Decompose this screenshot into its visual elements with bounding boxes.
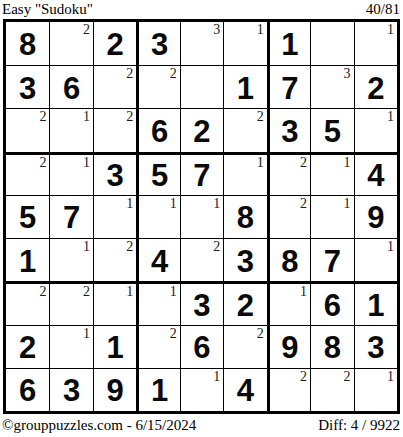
corner-mark: 2 xyxy=(39,155,46,170)
cell-r1c2[interactable]: 2 xyxy=(49,22,92,65)
corner-mark: 2 xyxy=(213,239,220,254)
corner-mark: 1 xyxy=(213,196,220,211)
cell-r5c3[interactable]: 1 xyxy=(93,195,136,238)
cell-r4c2[interactable]: 1 xyxy=(49,152,92,195)
given-digit: 2 xyxy=(237,288,254,321)
corner-mark: 1 xyxy=(387,109,394,124)
given-digit: 3 xyxy=(151,27,168,60)
corner-mark: 1 xyxy=(83,239,90,254)
copyright-date: ©grouppuzzles.com - 6/15/2024 xyxy=(2,417,196,433)
corner-mark: 2 xyxy=(170,326,177,341)
given-digit: 4 xyxy=(367,158,384,191)
cell-r8c7[interactable]: 9 xyxy=(267,325,310,368)
cell-r6c7[interactable]: 8 xyxy=(267,238,310,281)
corner-mark: 1 xyxy=(126,196,133,211)
cell-r8c5[interactable]: 6 xyxy=(180,325,223,368)
corner-mark: 1 xyxy=(344,196,351,211)
corner-mark: 3 xyxy=(213,22,220,37)
given-digit: 2 xyxy=(193,114,210,147)
corner-mark: 1 xyxy=(170,196,177,211)
given-digit: 3 xyxy=(367,330,384,363)
cell-r1c4[interactable]: 3 xyxy=(136,22,179,65)
corner-mark: 1 xyxy=(387,369,394,384)
cell-r8c9[interactable]: 3 xyxy=(354,325,397,368)
corner-mark: 2 xyxy=(300,369,307,384)
given-digit: 9 xyxy=(106,373,123,406)
cell-r5c2[interactable]: 7 xyxy=(49,195,92,238)
cell-r2c8[interactable]: 3 xyxy=(310,65,353,108)
cell-r6c6[interactable]: 3 xyxy=(223,238,266,281)
cell-r2c6[interactable]: 1 xyxy=(223,65,266,108)
cell-r9c9[interactable]: 1 xyxy=(354,368,397,411)
cell-r9c1[interactable]: 6 xyxy=(6,368,49,411)
cell-r2c4[interactable]: 2 xyxy=(136,65,179,108)
cell-r9c8[interactable]: 2 xyxy=(310,368,353,411)
corner-mark: 1 xyxy=(344,155,351,170)
cell-r5c9[interactable]: 9 xyxy=(354,195,397,238)
given-digit: 3 xyxy=(193,288,210,321)
corner-mark: 1 xyxy=(170,284,177,299)
cell-r8c4[interactable]: 2 xyxy=(136,325,179,368)
cell-r9c5[interactable]: 1 xyxy=(180,368,223,411)
given-digit: 3 xyxy=(19,71,36,104)
cell-r4c6[interactable]: 1 xyxy=(223,152,266,195)
cell-r1c5[interactable]: 3 xyxy=(180,22,223,65)
corner-mark: 2 xyxy=(170,66,177,81)
given-digit: 2 xyxy=(19,330,36,363)
given-digit: 5 xyxy=(19,200,36,233)
cell-r7c7[interactable]: 1 xyxy=(267,281,310,324)
cell-r1c7[interactable]: 1 xyxy=(267,22,310,65)
cell-r1c9[interactable]: 1 xyxy=(354,22,397,65)
cell-r6c9[interactable]: 1 xyxy=(354,238,397,281)
cell-r6c2[interactable]: 1 xyxy=(49,238,92,281)
cell-r3c4[interactable]: 6 xyxy=(136,108,179,151)
corner-mark: 2 xyxy=(83,22,90,37)
corner-mark: 2 xyxy=(344,369,351,384)
given-digit: 3 xyxy=(63,373,80,406)
cell-r1c6[interactable]: 1 xyxy=(223,22,266,65)
given-digit: 6 xyxy=(324,288,341,321)
cell-r1c8[interactable] xyxy=(310,22,353,65)
given-digit: 3 xyxy=(281,114,298,147)
cell-r9c4[interactable]: 1 xyxy=(136,368,179,411)
given-digit: 6 xyxy=(151,114,168,147)
given-digit: 5 xyxy=(151,158,168,191)
cell-r4c4[interactable]: 5 xyxy=(136,152,179,195)
cell-r8c8[interactable]: 8 xyxy=(310,325,353,368)
given-digit: 1 xyxy=(106,330,123,363)
given-digit: 4 xyxy=(237,373,254,406)
given-digit: 5 xyxy=(324,114,341,147)
given-digit: 8 xyxy=(237,200,254,233)
cell-r2c1[interactable]: 3 xyxy=(6,65,49,108)
corner-mark: 3 xyxy=(344,66,351,81)
cell-r5c8[interactable]: 1 xyxy=(310,195,353,238)
cell-r7c9[interactable]: 1 xyxy=(354,281,397,324)
cell-r7c2[interactable]: 2 xyxy=(49,281,92,324)
given-digit: 6 xyxy=(193,330,210,363)
cell-r3c6[interactable]: 2 xyxy=(223,108,266,151)
given-digit: 7 xyxy=(193,158,210,191)
cell-r8c2[interactable]: 1 xyxy=(49,325,92,368)
cell-r9c7[interactable]: 2 xyxy=(267,368,310,411)
corner-mark: 2 xyxy=(257,109,264,124)
cell-r3c2[interactable]: 1 xyxy=(49,108,92,151)
corner-mark: 1 xyxy=(257,155,264,170)
corner-mark: 2 xyxy=(83,284,90,299)
corner-mark: 2 xyxy=(39,109,46,124)
given-digit: 1 xyxy=(281,27,298,60)
corner-mark: 2 xyxy=(257,326,264,341)
given-digit: 4 xyxy=(151,244,168,277)
cell-r9c2[interactable]: 3 xyxy=(49,368,92,411)
corner-mark: 1 xyxy=(126,284,133,299)
corner-mark: 1 xyxy=(300,284,307,299)
cell-r4c7[interactable]: 2 xyxy=(267,152,310,195)
given-digit: 3 xyxy=(237,244,254,277)
cell-r4c5[interactable]: 7 xyxy=(180,152,223,195)
cell-r3c7[interactable]: 3 xyxy=(267,108,310,151)
corner-mark: 1 xyxy=(83,109,90,124)
cell-r4c8[interactable]: 1 xyxy=(310,152,353,195)
cell-r8c1[interactable]: 2 xyxy=(6,325,49,368)
given-digit: 9 xyxy=(281,330,298,363)
corner-mark: 2 xyxy=(126,109,133,124)
given-digit: 1 xyxy=(237,71,254,104)
cell-r5c1[interactable]: 5 xyxy=(6,195,49,238)
corner-mark: 1 xyxy=(83,326,90,341)
given-digit: 1 xyxy=(151,373,168,406)
cell-r5c6[interactable]: 8 xyxy=(223,195,266,238)
cell-r5c4[interactable]: 1 xyxy=(136,195,179,238)
cell-r4c3[interactable]: 3 xyxy=(93,152,136,195)
sudoku-grid: 8223311136221732212622351213571214571118… xyxy=(3,19,400,414)
cell-r5c5[interactable]: 1 xyxy=(180,195,223,238)
cell-r7c4[interactable]: 1 xyxy=(136,281,179,324)
cell-r2c5[interactable] xyxy=(180,65,223,108)
given-digit: 7 xyxy=(63,200,80,233)
cell-r2c2[interactable]: 6 xyxy=(49,65,92,108)
cell-r6c4[interactable]: 4 xyxy=(136,238,179,281)
cell-r7c1[interactable]: 2 xyxy=(6,281,49,324)
corner-mark: 1 xyxy=(387,22,394,37)
cell-r2c7[interactable]: 7 xyxy=(267,65,310,108)
corner-mark: 1 xyxy=(257,22,264,37)
cell-r2c9[interactable]: 2 xyxy=(354,65,397,108)
difficulty-label: Diff: 4 / 9922 xyxy=(318,417,400,433)
given-digit: 7 xyxy=(324,244,341,277)
corner-mark: 1 xyxy=(213,369,220,384)
given-digit: 6 xyxy=(63,71,80,104)
cell-r9c3[interactable]: 9 xyxy=(93,368,136,411)
cell-r3c9[interactable]: 1 xyxy=(354,108,397,151)
corner-mark: 1 xyxy=(83,155,90,170)
puzzle-title: Easy "Sudoku" xyxy=(2,1,93,17)
cell-r7c5[interactable]: 3 xyxy=(180,281,223,324)
corner-mark: 2 xyxy=(300,196,307,211)
given-digit: 2 xyxy=(106,27,123,60)
cell-r7c3[interactable]: 1 xyxy=(93,281,136,324)
corner-mark: 2 xyxy=(39,284,46,299)
given-digit: 1 xyxy=(367,288,384,321)
cell-r7c6[interactable]: 2 xyxy=(223,281,266,324)
cell-r4c1[interactable]: 2 xyxy=(6,152,49,195)
given-digit: 8 xyxy=(324,330,341,363)
progress-counter: 40/81 xyxy=(366,1,400,17)
cell-r3c8[interactable]: 5 xyxy=(310,108,353,151)
corner-mark: 2 xyxy=(300,155,307,170)
given-digit: 6 xyxy=(19,373,36,406)
cell-r3c3[interactable]: 2 xyxy=(93,108,136,151)
given-digit: 2 xyxy=(367,71,384,104)
given-digit: 8 xyxy=(281,244,298,277)
cell-r8c6[interactable]: 2 xyxy=(223,325,266,368)
cell-r2c3[interactable]: 2 xyxy=(93,65,136,108)
cell-r1c1[interactable]: 8 xyxy=(6,22,49,65)
corner-mark: 2 xyxy=(126,66,133,81)
cell-r6c3[interactable]: 2 xyxy=(93,238,136,281)
cell-r6c1[interactable]: 1 xyxy=(6,238,49,281)
page-footer: ©grouppuzzles.com - 6/15/2024 Diff: 4 / … xyxy=(0,414,403,433)
cell-r8c3[interactable]: 1 xyxy=(93,325,136,368)
given-digit: 7 xyxy=(281,71,298,104)
cell-r6c5[interactable]: 2 xyxy=(180,238,223,281)
cell-r3c5[interactable]: 2 xyxy=(180,108,223,151)
cell-r6c8[interactable]: 7 xyxy=(310,238,353,281)
corner-mark: 2 xyxy=(126,239,133,254)
corner-mark: 1 xyxy=(387,239,394,254)
cell-r4c9[interactable]: 4 xyxy=(354,152,397,195)
given-digit: 8 xyxy=(19,27,36,60)
cell-r1c3[interactable]: 2 xyxy=(93,22,136,65)
given-digit: 1 xyxy=(19,244,36,277)
cell-r3c1[interactable]: 2 xyxy=(6,108,49,151)
cell-r7c8[interactable]: 6 xyxy=(310,281,353,324)
given-digit: 3 xyxy=(106,158,123,191)
given-digit: 9 xyxy=(367,200,384,233)
page-header: Easy "Sudoku" 40/81 xyxy=(0,0,403,19)
cell-r9c6[interactable]: 4 xyxy=(223,368,266,411)
cell-r5c7[interactable]: 2 xyxy=(267,195,310,238)
